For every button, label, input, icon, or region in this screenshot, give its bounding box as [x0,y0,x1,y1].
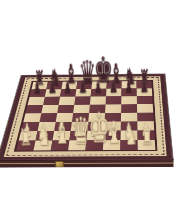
square-h4 [137,113,154,122]
clasp-icon [55,161,64,167]
square-f2: ♟ [103,131,120,141]
board-front-edge [0,159,174,168]
square-d3 [71,122,89,131]
chess-set: ♜♞♝♛♚♝♞♜♟♟♟♟♟♟♟♟♟♟♟♟♟♟♟♟♜♞♝♛♚♝♞♜ [0,74,173,160]
square-d4 [72,113,89,122]
square-e2: ♟ [86,131,104,141]
photo-scene: ♜♞♝♛♚♝♞♜♟♟♟♟♟♟♟♟♟♟♟♟♟♟♟♟♜♞♝♛♚♝♞♜ [0,0,178,222]
square-f4 [105,113,122,122]
square-f3 [104,122,121,131]
square-e4 [88,113,105,122]
square-h2: ♟ [137,130,154,140]
square-c2: ♟ [52,131,70,141]
square-c3 [54,122,72,131]
square-g3 [121,121,138,130]
square-h3 [137,121,154,130]
square-e3 [87,122,104,131]
square-a3 [21,122,39,131]
square-g2: ♟ [121,131,138,141]
square-c4 [56,113,73,122]
square-f1: ♝ [103,140,121,150]
product-photo: ♜♞♝♛♚♝♞♜♟♟♟♟♟♟♟♟♟♟♟♟♟♟♟♟♜♞♝♛♚♝♞♜ [0,0,178,222]
square-b2: ♟ [36,131,55,141]
square-d2: ♟ [69,131,87,141]
square-g4 [121,113,137,122]
